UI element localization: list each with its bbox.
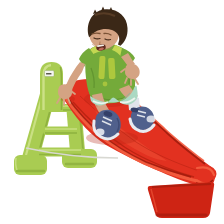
tshirt-chest-print-left <box>98 56 105 79</box>
tshirt-chest-print-dot <box>103 82 108 87</box>
brand-logo-mark <box>46 73 52 74</box>
slide-scene: Toddler boy in a green T-shirt and mint … <box>0 0 224 224</box>
left-shoe-toecap <box>96 129 105 136</box>
right-shoe-toecap <box>147 116 156 123</box>
tshirt-chest-print-right <box>108 58 116 79</box>
product-photo: Toddler boy in a green T-shirt and mint … <box>0 0 224 224</box>
